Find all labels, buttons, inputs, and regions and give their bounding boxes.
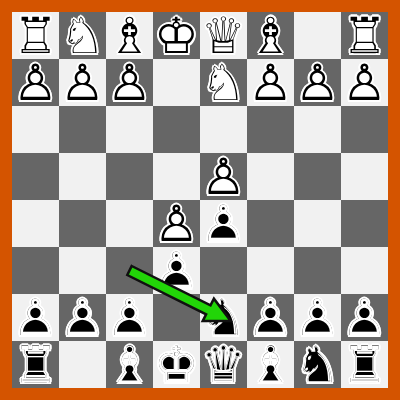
black-rook[interactable]: ♜♖	[341, 341, 388, 388]
piece-line-art: ♙	[59, 59, 106, 106]
square-b6[interactable]	[294, 247, 341, 294]
black-pawn[interactable]: ♟♙	[12, 294, 59, 341]
square-c2[interactable]: ♟♙	[247, 59, 294, 106]
square-f6[interactable]	[106, 247, 153, 294]
black-pawn[interactable]: ♟♙	[341, 294, 388, 341]
square-e3[interactable]	[153, 106, 200, 153]
square-c6[interactable]	[247, 247, 294, 294]
piece-line-art: ♗	[247, 12, 294, 59]
piece-line-art: ♔	[153, 12, 200, 59]
square-g7[interactable]: ♟♙	[59, 294, 106, 341]
piece-body: ♟	[247, 59, 294, 106]
piece-body: ♟	[59, 294, 106, 341]
piece-line-art: ♗	[106, 12, 153, 59]
square-b7[interactable]: ♟♙	[294, 294, 341, 341]
piece-body: ♟	[341, 59, 388, 106]
white-knight[interactable]: ♞♘	[59, 12, 106, 59]
piece-line-art: ♘	[59, 12, 106, 59]
piece-line-art: ♙	[294, 59, 341, 106]
square-a2[interactable]: ♟♙	[341, 59, 388, 106]
piece-body: ♟	[200, 153, 247, 200]
white-king[interactable]: ♚♔	[153, 12, 200, 59]
white-rook[interactable]: ♜♖	[12, 12, 59, 59]
square-d8[interactable]: ♛♕	[200, 341, 247, 388]
square-f7[interactable]: ♟♙	[106, 294, 153, 341]
piece-body: ♜	[341, 341, 388, 388]
square-d7[interactable]: ♞♘	[200, 294, 247, 341]
white-knight[interactable]: ♞♘	[200, 59, 247, 106]
piece-body: ♝	[106, 341, 153, 388]
square-c7[interactable]: ♟♙	[247, 294, 294, 341]
piece-body: ♚	[153, 341, 200, 388]
square-h8[interactable]: ♜♖	[12, 341, 59, 388]
black-knight[interactable]: ♞♘	[294, 341, 341, 388]
square-g3[interactable]	[59, 106, 106, 153]
piece-body: ♛	[200, 341, 247, 388]
square-h5[interactable]	[12, 200, 59, 247]
piece-line-art: ♙	[341, 59, 388, 106]
square-h3[interactable]	[12, 106, 59, 153]
square-a1[interactable]: ♜♖	[341, 12, 388, 59]
square-e2[interactable]	[153, 59, 200, 106]
piece-body: ♜	[341, 12, 388, 59]
white-pawn[interactable]: ♟♙	[200, 153, 247, 200]
square-b4[interactable]	[294, 153, 341, 200]
square-c8[interactable]: ♝♗	[247, 341, 294, 388]
piece-body: ♟	[153, 200, 200, 247]
square-e7[interactable]	[153, 294, 200, 341]
piece-line-art: ♘	[294, 341, 341, 388]
black-pawn[interactable]: ♟♙	[200, 200, 247, 247]
piece-line-art: ♙	[153, 200, 200, 247]
square-h6[interactable]	[12, 247, 59, 294]
square-b1[interactable]	[294, 12, 341, 59]
square-c4[interactable]	[247, 153, 294, 200]
piece-body: ♞	[294, 341, 341, 388]
square-e5[interactable]: ♟♙	[153, 200, 200, 247]
piece-body: ♝	[106, 12, 153, 59]
piece-body: ♜	[12, 341, 59, 388]
black-pawn[interactable]: ♟♙	[106, 294, 153, 341]
piece-body: ♟	[294, 294, 341, 341]
piece-line-art: ♖	[12, 12, 59, 59]
piece-body: ♛	[200, 12, 247, 59]
piece-line-art: ♖	[12, 341, 59, 388]
piece-body: ♟	[12, 59, 59, 106]
piece-body: ♟	[59, 59, 106, 106]
white-pawn[interactable]: ♟♙	[153, 200, 200, 247]
square-a6[interactable]	[341, 247, 388, 294]
piece-line-art: ♗	[106, 341, 153, 388]
piece-line-art: ♕	[200, 341, 247, 388]
square-d2[interactable]: ♞♘	[200, 59, 247, 106]
square-f5[interactable]	[106, 200, 153, 247]
piece-body: ♞	[200, 59, 247, 106]
piece-body: ♟	[294, 59, 341, 106]
square-e8[interactable]: ♚♔	[153, 341, 200, 388]
piece-body: ♞	[200, 294, 247, 341]
piece-body: ♜	[12, 12, 59, 59]
piece-body: ♝	[247, 12, 294, 59]
white-pawn[interactable]: ♟♙	[341, 59, 388, 106]
square-h2[interactable]: ♟♙	[12, 59, 59, 106]
square-f1[interactable]: ♝♗	[106, 12, 153, 59]
piece-body: ♟	[106, 59, 153, 106]
square-a3[interactable]	[341, 106, 388, 153]
square-a7[interactable]: ♟♙	[341, 294, 388, 341]
square-g8[interactable]	[59, 341, 106, 388]
square-g5[interactable]	[59, 200, 106, 247]
piece-line-art: ♙	[12, 294, 59, 341]
square-f4[interactable]	[106, 153, 153, 200]
piece-line-art: ♙	[341, 294, 388, 341]
square-b3[interactable]	[294, 106, 341, 153]
black-knight[interactable]: ♞♘	[200, 294, 247, 341]
white-pawn[interactable]: ♟♙	[12, 59, 59, 106]
piece-line-art: ♙	[106, 59, 153, 106]
piece-body: ♟	[106, 294, 153, 341]
piece-body: ♟	[341, 294, 388, 341]
black-bishop[interactable]: ♝♗	[247, 341, 294, 388]
black-pawn[interactable]: ♟♙	[294, 294, 341, 341]
piece-body: ♟	[12, 294, 59, 341]
white-pawn[interactable]: ♟♙	[59, 59, 106, 106]
square-d5[interactable]: ♟♙	[200, 200, 247, 247]
square-d1[interactable]: ♛♕	[200, 12, 247, 59]
square-h1[interactable]: ♜♖	[12, 12, 59, 59]
square-g4[interactable]	[59, 153, 106, 200]
square-f2[interactable]: ♟♙	[106, 59, 153, 106]
piece-line-art: ♕	[200, 12, 247, 59]
square-b5[interactable]	[294, 200, 341, 247]
piece-line-art: ♙	[247, 59, 294, 106]
square-g1[interactable]: ♞♘	[59, 12, 106, 59]
black-bishop[interactable]: ♝♗	[106, 341, 153, 388]
piece-body: ♟	[247, 294, 294, 341]
black-rook[interactable]: ♜♖	[12, 341, 59, 388]
board-frame: ♜♖♞♘♝♗♚♔♛♕♝♗♜♖♟♙♟♙♟♙♞♘♟♙♟♙♟♙♟♙♟♙♟♙♟♙♟♙♟♙…	[0, 0, 400, 400]
square-e6[interactable]: ♟♙	[153, 247, 200, 294]
square-h4[interactable]	[12, 153, 59, 200]
piece-body: ♞	[59, 12, 106, 59]
white-pawn[interactable]: ♟♙	[294, 59, 341, 106]
piece-line-art: ♔	[153, 341, 200, 388]
black-pawn[interactable]: ♟♙	[247, 294, 294, 341]
piece-line-art: ♙	[200, 153, 247, 200]
piece-line-art: ♙	[153, 247, 200, 294]
piece-line-art: ♘	[200, 59, 247, 106]
square-c5[interactable]	[247, 200, 294, 247]
piece-line-art: ♙	[200, 200, 247, 247]
black-queen[interactable]: ♛♕	[200, 341, 247, 388]
square-d3[interactable]	[200, 106, 247, 153]
piece-line-art: ♙	[12, 59, 59, 106]
square-d6[interactable]	[200, 247, 247, 294]
piece-body: ♟	[153, 247, 200, 294]
piece-line-art: ♘	[200, 294, 247, 341]
piece-line-art: ♙	[294, 294, 341, 341]
black-king[interactable]: ♚♔	[153, 341, 200, 388]
piece-body: ♚	[153, 12, 200, 59]
square-g6[interactable]	[59, 247, 106, 294]
white-queen[interactable]: ♛♕	[200, 12, 247, 59]
piece-line-art: ♙	[106, 294, 153, 341]
piece-body: ♝	[247, 341, 294, 388]
piece-line-art: ♖	[341, 12, 388, 59]
square-e4[interactable]	[153, 153, 200, 200]
square-a4[interactable]	[341, 153, 388, 200]
square-h7[interactable]: ♟♙	[12, 294, 59, 341]
white-rook[interactable]: ♜♖	[341, 12, 388, 59]
white-pawn[interactable]: ♟♙	[247, 59, 294, 106]
piece-line-art: ♙	[59, 294, 106, 341]
white-pawn[interactable]: ♟♙	[106, 59, 153, 106]
white-bishop[interactable]: ♝♗	[247, 12, 294, 59]
square-a8[interactable]: ♜♖	[341, 341, 388, 388]
black-pawn[interactable]: ♟♙	[153, 247, 200, 294]
square-e1[interactable]: ♚♔	[153, 12, 200, 59]
square-b2[interactable]: ♟♙	[294, 59, 341, 106]
chess-board: ♜♖♞♘♝♗♚♔♛♕♝♗♜♖♟♙♟♙♟♙♞♘♟♙♟♙♟♙♟♙♟♙♟♙♟♙♟♙♟♙…	[12, 12, 388, 388]
square-g2[interactable]: ♟♙	[59, 59, 106, 106]
square-f3[interactable]	[106, 106, 153, 153]
piece-line-art: ♖	[341, 341, 388, 388]
black-pawn[interactable]: ♟♙	[59, 294, 106, 341]
square-d4[interactable]: ♟♙	[200, 153, 247, 200]
piece-line-art: ♗	[247, 341, 294, 388]
square-f8[interactable]: ♝♗	[106, 341, 153, 388]
square-c1[interactable]: ♝♗	[247, 12, 294, 59]
square-a5[interactable]	[341, 200, 388, 247]
square-c3[interactable]	[247, 106, 294, 153]
square-b8[interactable]: ♞♘	[294, 341, 341, 388]
white-bishop[interactable]: ♝♗	[106, 12, 153, 59]
piece-body: ♟	[200, 200, 247, 247]
piece-line-art: ♙	[247, 294, 294, 341]
